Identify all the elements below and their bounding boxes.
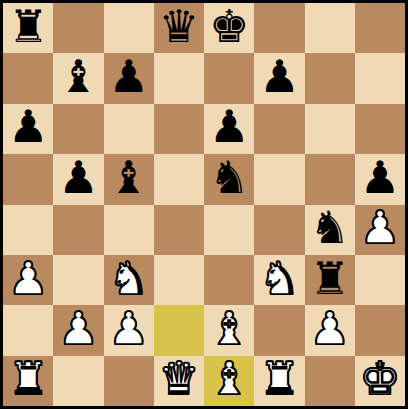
piece-black-king[interactable]: ♚: [209, 4, 249, 49]
square-f3[interactable]: ♞: [254, 255, 304, 305]
square-h5[interactable]: ♟: [355, 154, 405, 204]
piece-white-queen[interactable]: ♛: [159, 356, 199, 401]
square-h4[interactable]: ♟: [355, 205, 405, 255]
square-b3[interactable]: [53, 255, 103, 305]
square-b5[interactable]: ♟: [53, 154, 103, 204]
piece-black-pawn[interactable]: ♟: [360, 155, 400, 200]
square-e7[interactable]: [204, 53, 254, 103]
square-d7[interactable]: [154, 53, 204, 103]
square-e4[interactable]: [204, 205, 254, 255]
square-b6[interactable]: [53, 104, 103, 154]
square-h2[interactable]: [355, 305, 405, 355]
square-c8[interactable]: [104, 3, 154, 53]
piece-white-pawn[interactable]: ♟: [58, 306, 98, 351]
piece-black-queen[interactable]: ♛: [159, 4, 199, 49]
square-c1[interactable]: [104, 356, 154, 406]
square-e3[interactable]: [204, 255, 254, 305]
square-c4[interactable]: [104, 205, 154, 255]
piece-black-pawn[interactable]: ♟: [209, 104, 249, 149]
square-d6[interactable]: [154, 104, 204, 154]
square-e2[interactable]: ♝: [204, 305, 254, 355]
piece-black-knight[interactable]: ♞: [309, 205, 349, 250]
piece-white-bishop[interactable]: ♝: [209, 356, 249, 401]
square-b1[interactable]: [53, 356, 103, 406]
square-h7[interactable]: [355, 53, 405, 103]
piece-black-rook[interactable]: ♜: [8, 4, 48, 49]
square-f5[interactable]: [254, 154, 304, 204]
square-g2[interactable]: ♟: [305, 305, 355, 355]
piece-black-pawn[interactable]: ♟: [108, 54, 148, 99]
square-d8[interactable]: ♛: [154, 3, 204, 53]
square-f8[interactable]: [254, 3, 304, 53]
square-e5[interactable]: ♞: [204, 154, 254, 204]
square-h6[interactable]: [355, 104, 405, 154]
square-d4[interactable]: [154, 205, 204, 255]
square-c3[interactable]: ♞: [104, 255, 154, 305]
square-a1[interactable]: ♜: [3, 356, 53, 406]
square-b7[interactable]: ♝: [53, 53, 103, 103]
square-h8[interactable]: [355, 3, 405, 53]
square-b8[interactable]: [53, 3, 103, 53]
square-g6[interactable]: [305, 104, 355, 154]
square-b4[interactable]: [53, 205, 103, 255]
square-f7[interactable]: ♟: [254, 53, 304, 103]
piece-white-pawn[interactable]: ♟: [309, 306, 349, 351]
piece-black-pawn[interactable]: ♟: [8, 104, 48, 149]
square-c5[interactable]: ♝: [104, 154, 154, 204]
square-g4[interactable]: ♞: [305, 205, 355, 255]
square-c2[interactable]: ♟: [104, 305, 154, 355]
chess-board: ♜♛♚♝♟♟♟♟♟♝♞♟♞♟♟♞♞♜♟♟♝♟♜♛♝♜♚: [3, 3, 405, 406]
square-h1[interactable]: ♚: [355, 356, 405, 406]
piece-black-rook[interactable]: ♜: [309, 256, 349, 301]
square-f4[interactable]: [254, 205, 304, 255]
square-e1[interactable]: ♝: [204, 356, 254, 406]
piece-black-pawn[interactable]: ♟: [259, 54, 299, 99]
square-a8[interactable]: ♜: [3, 3, 53, 53]
piece-white-pawn[interactable]: ♟: [8, 256, 48, 301]
square-c6[interactable]: [104, 104, 154, 154]
piece-white-knight[interactable]: ♞: [259, 256, 299, 301]
square-g7[interactable]: [305, 53, 355, 103]
square-b2[interactable]: ♟: [53, 305, 103, 355]
square-a4[interactable]: [3, 205, 53, 255]
piece-white-pawn[interactable]: ♟: [360, 205, 400, 250]
piece-white-pawn[interactable]: ♟: [108, 306, 148, 351]
piece-black-bishop[interactable]: ♝: [58, 54, 98, 99]
square-d3[interactable]: [154, 255, 204, 305]
square-a2[interactable]: [3, 305, 53, 355]
square-h3[interactable]: [355, 255, 405, 305]
square-g5[interactable]: [305, 154, 355, 204]
square-d2[interactable]: [154, 305, 204, 355]
square-e8[interactable]: ♚: [204, 3, 254, 53]
square-d1[interactable]: ♛: [154, 356, 204, 406]
square-f2[interactable]: [254, 305, 304, 355]
piece-white-rook[interactable]: ♜: [259, 356, 299, 401]
chess-board-frame: ♜♛♚♝♟♟♟♟♟♝♞♟♞♟♟♞♞♜♟♟♝♟♜♛♝♜♚: [0, 0, 408, 409]
square-g1[interactable]: [305, 356, 355, 406]
square-e6[interactable]: ♟: [204, 104, 254, 154]
square-a6[interactable]: ♟: [3, 104, 53, 154]
square-c7[interactable]: ♟: [104, 53, 154, 103]
square-g3[interactable]: ♜: [305, 255, 355, 305]
square-d5[interactable]: [154, 154, 204, 204]
piece-white-rook[interactable]: ♜: [8, 356, 48, 401]
square-a7[interactable]: [3, 53, 53, 103]
piece-black-bishop[interactable]: ♝: [108, 155, 148, 200]
piece-white-king[interactable]: ♚: [360, 356, 400, 401]
piece-white-knight[interactable]: ♞: [108, 256, 148, 301]
piece-white-bishop[interactable]: ♝: [209, 306, 249, 351]
square-f1[interactable]: ♜: [254, 356, 304, 406]
square-g8[interactable]: [305, 3, 355, 53]
piece-black-knight[interactable]: ♞: [209, 155, 249, 200]
piece-black-pawn[interactable]: ♟: [58, 155, 98, 200]
square-a3[interactable]: ♟: [3, 255, 53, 305]
square-a5[interactable]: [3, 154, 53, 204]
square-f6[interactable]: [254, 104, 304, 154]
